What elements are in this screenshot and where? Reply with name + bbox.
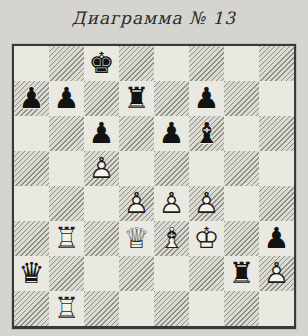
square-f1 <box>189 291 224 326</box>
square-a8 <box>14 46 49 81</box>
square-h2: ♟♙ <box>259 256 294 291</box>
square-g4 <box>224 186 259 221</box>
square-a4 <box>14 186 49 221</box>
square-f3: ♚♔ <box>189 221 224 256</box>
square-d7: ♜ <box>119 81 154 116</box>
square-g5 <box>224 151 259 186</box>
square-f2 <box>189 256 224 291</box>
white-rook: ♖ <box>49 291 84 326</box>
white-king: ♔ <box>189 221 224 256</box>
chess-board-frame: ♚♟♟♜♟♟♟♝♟♙♟♙♟♙♟♙♜♖♛♕♝♗♚♔♟♛♜♟♙♜♖ <box>12 44 296 329</box>
square-e3: ♝♗ <box>154 221 189 256</box>
square-f5 <box>189 151 224 186</box>
white-pawn: ♙ <box>84 151 119 186</box>
square-c3 <box>84 221 119 256</box>
square-b6 <box>49 116 84 151</box>
black-rook: ♜ <box>119 81 154 116</box>
black-pawn: ♟ <box>154 116 189 151</box>
square-b4 <box>49 186 84 221</box>
square-d2 <box>119 256 154 291</box>
square-e1 <box>154 291 189 326</box>
square-d1 <box>119 291 154 326</box>
square-e2 <box>154 256 189 291</box>
square-d5 <box>119 151 154 186</box>
square-c8: ♚ <box>84 46 119 81</box>
square-g8 <box>224 46 259 81</box>
white-rook: ♖ <box>49 221 84 256</box>
square-e5 <box>154 151 189 186</box>
square-g1 <box>224 291 259 326</box>
square-e8 <box>154 46 189 81</box>
square-b7: ♟ <box>49 81 84 116</box>
square-d3: ♛♕ <box>119 221 154 256</box>
white-pawn: ♙ <box>189 186 224 221</box>
square-h8 <box>259 46 294 81</box>
square-h4 <box>259 186 294 221</box>
black-pawn: ♟ <box>259 221 294 256</box>
square-f7: ♟ <box>189 81 224 116</box>
white-queen: ♕ <box>119 221 154 256</box>
black-queen: ♛ <box>14 256 49 291</box>
square-b2 <box>49 256 84 291</box>
square-a1 <box>14 291 49 326</box>
white-pawn: ♙ <box>119 186 154 221</box>
square-a2: ♛ <box>14 256 49 291</box>
square-c1 <box>84 291 119 326</box>
square-e4: ♟♙ <box>154 186 189 221</box>
black-pawn: ♟ <box>14 81 49 116</box>
black-pawn: ♟ <box>189 81 224 116</box>
square-h1 <box>259 291 294 326</box>
square-h5 <box>259 151 294 186</box>
white-pawn: ♙ <box>259 256 294 291</box>
black-pawn: ♟ <box>49 81 84 116</box>
square-a3 <box>14 221 49 256</box>
square-h3: ♟ <box>259 221 294 256</box>
square-g3 <box>224 221 259 256</box>
square-d8 <box>119 46 154 81</box>
square-d6 <box>119 116 154 151</box>
black-rook: ♜ <box>224 256 259 291</box>
white-bishop: ♗ <box>154 221 189 256</box>
square-b8 <box>49 46 84 81</box>
square-g2: ♜ <box>224 256 259 291</box>
square-c4 <box>84 186 119 221</box>
black-pawn: ♟ <box>84 116 119 151</box>
square-g6 <box>224 116 259 151</box>
square-f6: ♝ <box>189 116 224 151</box>
black-bishop: ♝ <box>189 116 224 151</box>
square-h7 <box>259 81 294 116</box>
square-c7 <box>84 81 119 116</box>
white-pawn: ♙ <box>154 186 189 221</box>
square-b3: ♜♖ <box>49 221 84 256</box>
diagram-title: Диаграмма № 13 <box>0 0 308 34</box>
square-a5 <box>14 151 49 186</box>
square-f8 <box>189 46 224 81</box>
square-d4: ♟♙ <box>119 186 154 221</box>
chess-board: ♚♟♟♜♟♟♟♝♟♙♟♙♟♙♟♙♜♖♛♕♝♗♚♔♟♛♜♟♙♜♖ <box>12 44 296 329</box>
square-f4: ♟♙ <box>189 186 224 221</box>
square-c2 <box>84 256 119 291</box>
black-king: ♚ <box>84 46 119 81</box>
square-c6: ♟ <box>84 116 119 151</box>
square-e7 <box>154 81 189 116</box>
square-e6: ♟ <box>154 116 189 151</box>
square-g7 <box>224 81 259 116</box>
square-a7: ♟ <box>14 81 49 116</box>
square-b1: ♜♖ <box>49 291 84 326</box>
square-a6 <box>14 116 49 151</box>
square-c5: ♟♙ <box>84 151 119 186</box>
square-b5 <box>49 151 84 186</box>
square-h6 <box>259 116 294 151</box>
